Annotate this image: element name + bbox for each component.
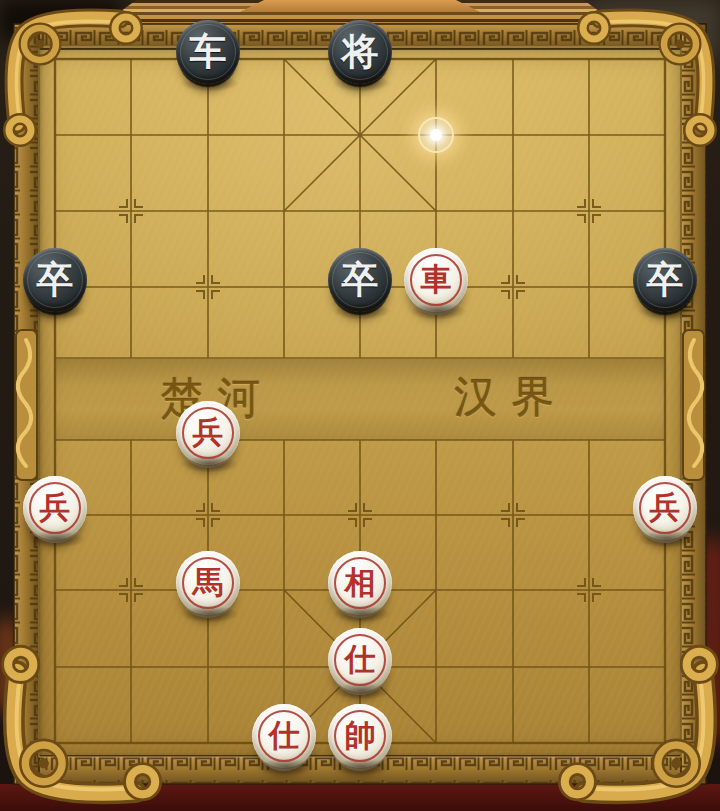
river-label-han-jie: 汉界 xyxy=(444,369,568,427)
side-medallion-right xyxy=(683,330,704,480)
background-shadow xyxy=(0,0,120,40)
black-soldier[interactable]: 卒 xyxy=(328,248,392,312)
side-medallion-left xyxy=(16,330,37,480)
piece-ring xyxy=(182,557,234,609)
red-soldier[interactable]: 兵 xyxy=(23,476,87,540)
piece-ring xyxy=(258,710,310,762)
red-soldier[interactable]: 兵 xyxy=(176,401,240,465)
red-general[interactable]: 帥 xyxy=(328,704,392,768)
lantern-glow-left xyxy=(0,620,18,710)
table-edge-inner xyxy=(240,0,480,12)
black-soldier[interactable]: 卒 xyxy=(633,248,697,312)
red-advisor[interactable]: 仕 xyxy=(252,704,316,768)
piece-ring xyxy=(637,252,693,308)
xiangqi-game-screen: 楚河 汉界 车将卒卒車卒兵兵兵馬相仕仕帥 xyxy=(0,0,720,811)
piece-ring xyxy=(334,557,386,609)
piece-ring xyxy=(334,634,386,686)
piece-ring xyxy=(334,710,386,762)
piece-ring xyxy=(27,252,83,308)
red-advisor[interactable]: 仕 xyxy=(328,628,392,692)
move-indicator xyxy=(418,117,454,153)
red-chariot[interactable]: 車 xyxy=(404,248,468,312)
piece-ring xyxy=(410,254,462,306)
piece-ring xyxy=(182,407,234,459)
piece-ring xyxy=(29,482,81,534)
red-elephant[interactable]: 相 xyxy=(328,551,392,615)
carpet xyxy=(0,784,720,811)
red-soldier[interactable]: 兵 xyxy=(633,476,697,540)
lantern-glow-right xyxy=(702,540,720,740)
piece-ring xyxy=(332,24,388,80)
black-general[interactable]: 将 xyxy=(328,20,392,84)
piece-ring xyxy=(180,24,236,80)
piece-ring xyxy=(332,252,388,308)
black-soldier[interactable]: 卒 xyxy=(23,248,87,312)
red-horse[interactable]: 馬 xyxy=(176,551,240,615)
black-chariot[interactable]: 车 xyxy=(176,20,240,84)
piece-ring xyxy=(639,482,691,534)
